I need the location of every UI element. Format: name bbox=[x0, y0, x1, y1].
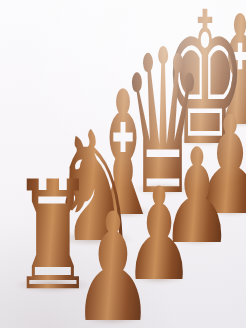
chess-piece-pawn-1: ♟ bbox=[71, 193, 154, 328]
chess-set-product-photo: ♜♞♝♛♚♝♟♟♟♟ bbox=[0, 0, 246, 328]
